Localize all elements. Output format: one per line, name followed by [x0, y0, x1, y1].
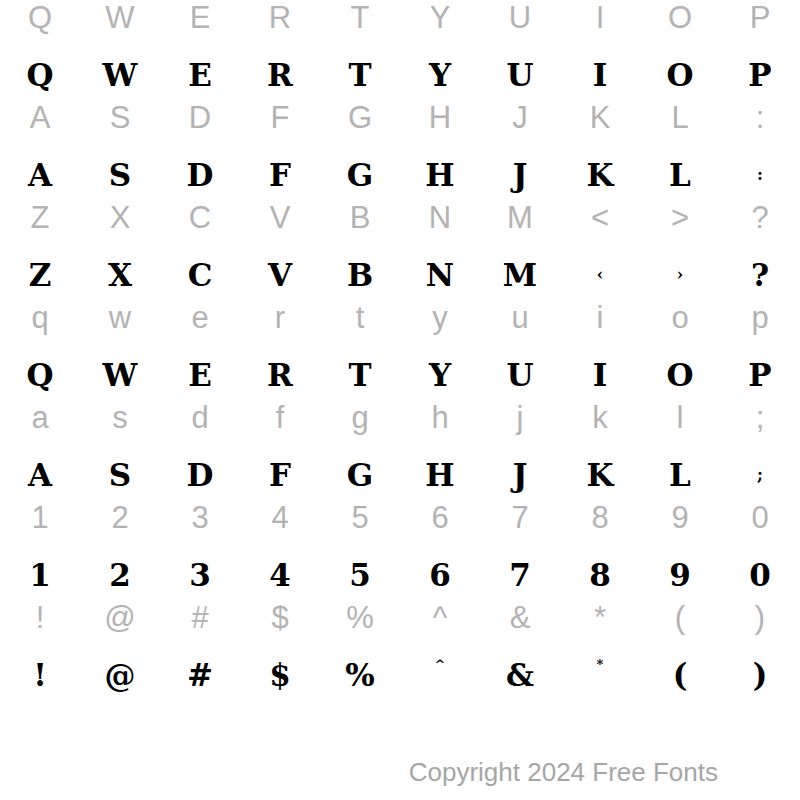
glyph-cell: R: [267, 353, 293, 397]
specimen-row-7: !@#$%^&*(): [0, 653, 800, 697]
reference-row-7: !@#$%^&*(): [0, 596, 800, 640]
glyph-cell: &: [506, 653, 534, 697]
glyph-cell: 0: [751, 496, 768, 540]
glyph-cell: F: [269, 153, 291, 197]
glyph-cell: S: [109, 453, 131, 497]
glyph-cell: Z: [29, 253, 52, 297]
specimen-row-6: 1234567890: [0, 553, 800, 597]
specimen-row-3: ZXCVBNM‹›?: [0, 253, 800, 297]
glyph-cell: R: [269, 0, 291, 40]
glyph-cell: ?: [751, 253, 769, 297]
glyph-cell: O: [666, 353, 693, 397]
glyph-cell: ;: [756, 396, 765, 440]
glyph-cell: j: [517, 396, 524, 440]
glyph-cell: P: [750, 0, 771, 40]
glyph-cell: d: [191, 396, 208, 440]
glyph-cell: *: [597, 643, 604, 687]
glyph-cell: #: [187, 653, 213, 697]
glyph-cell: >: [671, 196, 689, 240]
glyph-cell: 7: [509, 553, 531, 597]
glyph-cell: K: [587, 453, 614, 497]
reference-row-4: qwertyuiop: [0, 296, 800, 340]
glyph-cell: *: [594, 596, 606, 640]
glyph-cell: ^: [435, 643, 446, 687]
glyph-cell: S: [109, 153, 131, 197]
glyph-cell: G: [348, 96, 372, 140]
glyph-cell: 8: [589, 553, 611, 597]
glyph-cell: U: [506, 53, 533, 97]
glyph-cell: l: [677, 396, 684, 440]
character-map: QWERTYUIOPQWERTYUIOPASDFGHJKL:ASDFGHJKL:…: [0, 0, 800, 800]
glyph-cell: 2: [109, 553, 131, 597]
glyph-cell: C: [188, 253, 213, 297]
glyph-cell: W: [103, 53, 138, 97]
glyph-cell: I: [596, 0, 605, 40]
glyph-cell: 7: [511, 496, 528, 540]
glyph-cell: T: [348, 353, 371, 397]
glyph-cell: i: [597, 296, 604, 340]
reference-row-1: QWERTYUIOP: [0, 0, 800, 40]
glyph-cell: @: [105, 653, 136, 697]
glyph-cell: W: [103, 353, 138, 397]
glyph-cell: U: [506, 353, 533, 397]
glyph-cell: :: [756, 96, 765, 140]
glyph-cell: P: [748, 53, 771, 97]
glyph-cell: A: [30, 96, 51, 140]
glyph-cell: q: [31, 296, 48, 340]
glyph-cell: $: [269, 653, 291, 697]
glyph-cell: Y: [430, 0, 451, 40]
glyph-cell: D: [187, 453, 214, 497]
specimen-row-2: ASDFGHJKL:: [0, 153, 800, 197]
glyph-cell: 1: [31, 496, 48, 540]
glyph-cell: B: [350, 196, 371, 240]
glyph-cell: O: [668, 0, 692, 40]
glyph-cell: V: [270, 196, 291, 240]
glyph-cell: W: [105, 0, 134, 40]
glyph-cell: A: [28, 453, 52, 497]
glyph-cell: G: [347, 153, 373, 197]
glyph-cell: H: [429, 96, 451, 140]
glyph-cell: w: [109, 296, 131, 340]
glyph-cell: Q: [26, 53, 53, 97]
glyph-cell: T: [348, 53, 371, 97]
glyph-cell: ^: [433, 596, 448, 640]
glyph-cell: N: [429, 196, 451, 240]
reference-row-6: 1234567890: [0, 496, 800, 540]
glyph-cell: J: [513, 153, 528, 197]
glyph-cell: E: [188, 353, 212, 397]
glyph-cell: T: [351, 0, 370, 40]
glyph-cell: X: [108, 253, 132, 297]
glyph-cell: !: [33, 653, 47, 697]
reference-row-2: ASDFGHJKL:: [0, 96, 800, 140]
glyph-cell: a: [31, 396, 48, 440]
glyph-cell: #: [191, 596, 208, 640]
glyph-cell: @: [104, 596, 135, 640]
specimen-row-1: QWERTYUIOP: [0, 53, 800, 97]
glyph-cell: t: [356, 296, 365, 340]
copyright-text: Copyright 2024 Free Fonts: [409, 754, 718, 790]
glyph-cell: Y: [429, 353, 451, 397]
glyph-cell: <: [591, 196, 609, 240]
glyph-cell: V: [268, 253, 292, 297]
glyph-cell: N: [426, 253, 454, 297]
glyph-cell: R: [267, 53, 293, 97]
glyph-cell: ): [753, 653, 768, 697]
glyph-cell: 4: [269, 553, 291, 597]
glyph-cell: $: [271, 596, 288, 640]
glyph-cell: L: [669, 453, 691, 497]
specimen-row-5: ASDFGHJKL;: [0, 453, 800, 497]
glyph-cell: y: [432, 296, 448, 340]
glyph-cell: K: [590, 96, 611, 140]
glyph-cell: g: [351, 396, 368, 440]
glyph-cell: %: [346, 596, 374, 640]
glyph-cell: J: [513, 453, 528, 497]
glyph-cell: I: [593, 353, 608, 397]
reference-row-5: asdfghjkl;: [0, 396, 800, 440]
glyph-cell: k: [592, 396, 608, 440]
glyph-cell: X: [110, 196, 131, 240]
glyph-cell: o: [671, 296, 688, 340]
glyph-cell: s: [112, 396, 128, 440]
glyph-cell: 2: [111, 496, 128, 540]
glyph-cell: ›: [677, 253, 683, 297]
glyph-cell: H: [425, 453, 454, 497]
glyph-cell: (: [673, 653, 688, 697]
reference-row-3: ZXCVBNM<>?: [0, 196, 800, 240]
glyph-cell: G: [347, 453, 373, 497]
glyph-cell: ): [755, 596, 765, 640]
glyph-cell: f: [276, 396, 285, 440]
glyph-cell: h: [431, 396, 448, 440]
glyph-cell: e: [191, 296, 208, 340]
glyph-cell: Y: [429, 53, 451, 97]
glyph-cell: 6: [431, 496, 448, 540]
glyph-cell: p: [751, 296, 768, 340]
glyph-cell: !: [36, 596, 45, 640]
glyph-cell: 3: [189, 553, 211, 597]
glyph-cell: 8: [591, 496, 608, 540]
glyph-cell: E: [190, 0, 211, 40]
glyph-cell: :: [757, 153, 763, 197]
glyph-cell: F: [271, 96, 290, 140]
glyph-cell: 9: [671, 496, 688, 540]
glyph-cell: 3: [191, 496, 208, 540]
glyph-cell: 0: [749, 553, 771, 597]
glyph-cell: L: [671, 96, 688, 140]
glyph-cell: Q: [28, 0, 52, 40]
glyph-cell: A: [28, 153, 52, 197]
glyph-cell: D: [189, 96, 211, 140]
glyph-cell: u: [511, 296, 528, 340]
glyph-cell: M: [507, 196, 533, 240]
glyph-cell: M: [503, 253, 537, 297]
glyph-cell: 5: [351, 496, 368, 540]
glyph-cell: 9: [669, 553, 691, 597]
specimen-row-4: QWERTYUIOP: [0, 353, 800, 397]
glyph-cell: 5: [349, 553, 371, 597]
glyph-cell: (: [675, 596, 685, 640]
glyph-cell: ?: [751, 196, 768, 240]
glyph-cell: B: [347, 253, 373, 297]
glyph-cell: E: [188, 53, 212, 97]
glyph-cell: D: [187, 153, 214, 197]
glyph-cell: 4: [271, 496, 288, 540]
glyph-cell: r: [275, 296, 285, 340]
glyph-cell: ‹: [597, 253, 603, 297]
glyph-cell: &: [510, 596, 531, 640]
glyph-cell: I: [593, 53, 608, 97]
glyph-cell: Q: [26, 353, 53, 397]
glyph-cell: S: [110, 96, 131, 140]
glyph-cell: U: [509, 0, 531, 40]
glyph-cell: Z: [31, 196, 50, 240]
glyph-cell: J: [512, 96, 528, 140]
glyph-cell: %: [345, 653, 374, 697]
glyph-cell: P: [748, 353, 771, 397]
glyph-cell: C: [189, 196, 211, 240]
glyph-cell: 1: [29, 553, 51, 597]
glyph-cell: F: [269, 453, 291, 497]
glyph-cell: H: [425, 153, 454, 197]
glyph-cell: O: [666, 53, 693, 97]
glyph-cell: 6: [429, 553, 451, 597]
glyph-cell: K: [587, 153, 614, 197]
glyph-cell: L: [669, 153, 691, 197]
glyph-cell: ;: [757, 453, 763, 497]
